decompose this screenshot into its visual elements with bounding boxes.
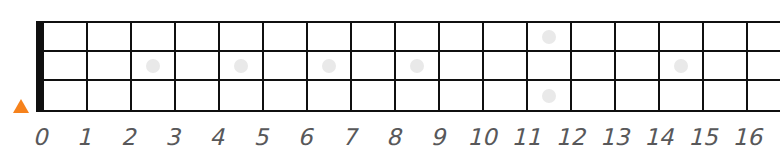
fret-number: 15 [688,126,717,148]
fret-number: 11 [512,126,541,148]
fret-number: 3 [165,126,180,148]
fretboard-diagram: 012345678910111213141516 [0,0,780,150]
fret-number: 6 [298,126,313,148]
fret-number: 5 [254,126,269,148]
fret-number: 12 [556,126,585,148]
fret-number: 2 [121,126,136,148]
fret-number: 4 [209,126,224,148]
fret-number: 1 [77,126,92,148]
fret-number: 9 [430,126,445,148]
fret-number: 0 [33,126,48,148]
fret-number: 8 [386,126,401,148]
fret-number: 16 [733,126,762,148]
fret-number-row: 012345678910111213141516 [0,0,780,150]
fret-number: 14 [644,126,673,148]
fret-number: 10 [467,126,496,148]
fret-number: 13 [600,126,629,148]
fret-number: 7 [342,126,357,148]
